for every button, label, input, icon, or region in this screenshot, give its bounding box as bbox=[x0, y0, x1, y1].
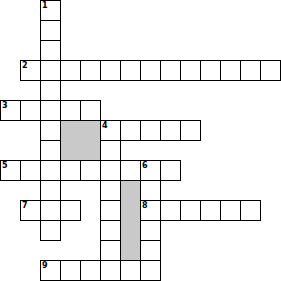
crossword-cell[interactable] bbox=[160, 120, 181, 141]
crossword-cell[interactable] bbox=[140, 240, 161, 261]
clue-number: 6 bbox=[142, 162, 148, 170]
crossword-cell[interactable] bbox=[200, 60, 221, 81]
crossword-cell[interactable] bbox=[60, 100, 81, 121]
crossword-cell[interactable] bbox=[100, 200, 121, 221]
crossword-cell[interactable] bbox=[40, 100, 61, 121]
crossword-cell[interactable] bbox=[40, 60, 61, 81]
crossword-cell[interactable] bbox=[140, 60, 161, 81]
crossword-cell[interactable] bbox=[40, 180, 61, 201]
crossword-cell[interactable] bbox=[80, 260, 101, 281]
crossword-cell[interactable] bbox=[180, 120, 201, 141]
crossword-cell[interactable] bbox=[40, 220, 61, 241]
crossword-cell[interactable] bbox=[40, 140, 61, 161]
shaded-block bbox=[120, 180, 141, 261]
crossword-cell[interactable] bbox=[180, 60, 201, 81]
clue-number: 8 bbox=[142, 202, 148, 210]
clue-number: 1 bbox=[42, 2, 48, 10]
crossword-cell[interactable] bbox=[40, 40, 61, 61]
crossword-cell[interactable] bbox=[40, 120, 61, 141]
crossword-cell[interactable] bbox=[120, 120, 141, 141]
clue-number: 5 bbox=[2, 162, 8, 170]
crossword-cell[interactable] bbox=[20, 100, 41, 121]
crossword-cell[interactable] bbox=[220, 200, 241, 221]
crossword-cell[interactable] bbox=[100, 260, 121, 281]
crossword-cell[interactable] bbox=[240, 60, 261, 81]
crossword-cell[interactable] bbox=[220, 60, 241, 81]
crossword-cell[interactable] bbox=[100, 60, 121, 81]
clue-number: 2 bbox=[22, 62, 28, 70]
crossword-cell[interactable] bbox=[140, 120, 161, 141]
crossword-cell[interactable] bbox=[60, 200, 81, 221]
crossword-cell[interactable] bbox=[100, 220, 121, 241]
clue-number: 7 bbox=[22, 202, 28, 210]
crossword-grid: 123456789 bbox=[0, 0, 281, 281]
clue-number: 3 bbox=[2, 102, 8, 110]
crossword-cell[interactable] bbox=[100, 180, 121, 201]
clue-number: 9 bbox=[42, 262, 48, 270]
crossword-cell[interactable] bbox=[60, 260, 81, 281]
shaded-block bbox=[60, 120, 101, 161]
crossword-cell[interactable] bbox=[60, 160, 81, 181]
crossword-cell[interactable] bbox=[140, 180, 161, 201]
crossword-cell[interactable] bbox=[100, 240, 121, 261]
crossword-cell[interactable] bbox=[200, 200, 221, 221]
crossword-cell[interactable] bbox=[100, 160, 121, 181]
crossword-cell[interactable] bbox=[40, 200, 61, 221]
clue-number: 4 bbox=[102, 122, 108, 130]
crossword-cell[interactable] bbox=[260, 60, 281, 81]
crossword-cell[interactable] bbox=[80, 60, 101, 81]
crossword-cell[interactable] bbox=[80, 100, 101, 121]
crossword-cell[interactable] bbox=[120, 260, 141, 281]
crossword-cell[interactable] bbox=[20, 160, 41, 181]
crossword-cell[interactable] bbox=[160, 200, 181, 221]
crossword-cell[interactable] bbox=[60, 60, 81, 81]
crossword-cell[interactable] bbox=[40, 80, 61, 101]
crossword-cell[interactable] bbox=[160, 160, 181, 181]
crossword-cell[interactable] bbox=[120, 160, 141, 181]
crossword-cell[interactable] bbox=[160, 60, 181, 81]
crossword-cell[interactable] bbox=[80, 160, 101, 181]
crossword-cell[interactable] bbox=[140, 260, 161, 281]
crossword-cell[interactable] bbox=[240, 200, 261, 221]
crossword-cell[interactable] bbox=[40, 160, 61, 181]
crossword-cell[interactable] bbox=[140, 220, 161, 241]
crossword-cell[interactable] bbox=[40, 20, 61, 41]
crossword-cell[interactable] bbox=[180, 200, 201, 221]
crossword-cell[interactable] bbox=[100, 140, 121, 161]
crossword-cell[interactable] bbox=[120, 60, 141, 81]
